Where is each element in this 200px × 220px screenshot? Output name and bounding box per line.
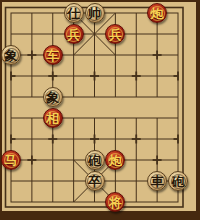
xiangqi-board: 仕帅炮兵兵象车象相马砲炮卒車砲将: [2, 2, 196, 211]
piece-elephant-tan[interactable]: 象: [43, 87, 63, 107]
piece-soldier-tan[interactable]: 卒: [85, 171, 105, 191]
piece-chariot-tan[interactable]: 車: [147, 171, 167, 191]
xiangqi-app: 仕帅炮兵兵象车象相马砲炮卒車砲将: [0, 0, 200, 220]
piece-soldier-red[interactable]: 兵: [64, 24, 84, 44]
piece-cannon-tan[interactable]: 砲: [85, 150, 105, 170]
piece-cannon-red[interactable]: 炮: [147, 3, 167, 23]
piece-general-tan[interactable]: 帅: [85, 3, 105, 23]
piece-chariot-red[interactable]: 车: [43, 45, 63, 65]
piece-elephant-red[interactable]: 相: [43, 108, 63, 128]
piece-elephant-tan[interactable]: 象: [1, 45, 21, 65]
piece-horse-red[interactable]: 马: [1, 150, 21, 170]
piece-cannon-tan[interactable]: 砲: [168, 171, 188, 191]
piece-advisor-tan[interactable]: 仕: [64, 3, 84, 23]
